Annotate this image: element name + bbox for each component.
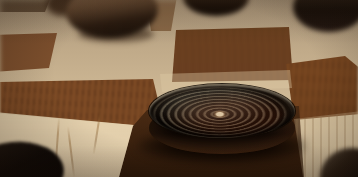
checkers-photo-stage: [0, 0, 358, 177]
checker-top-rings: [149, 84, 295, 138]
checker-piece-main[interactable]: [146, 84, 298, 156]
